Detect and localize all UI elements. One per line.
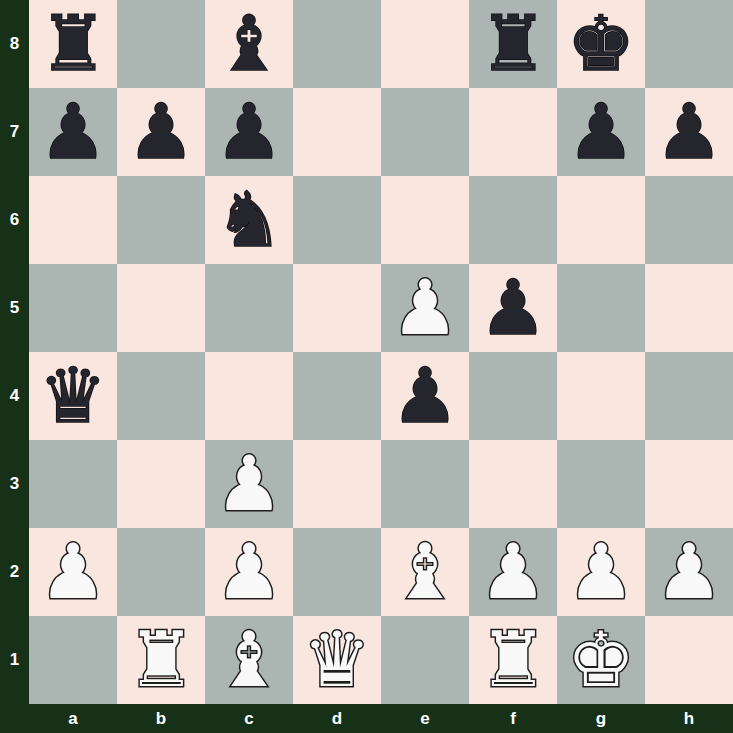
- white-pawn-icon[interactable]: ♟: [215, 440, 283, 528]
- square-b1[interactable]: ♜: [117, 616, 205, 704]
- square-h1[interactable]: [645, 616, 733, 704]
- white-pawn-icon[interactable]: ♟: [479, 528, 547, 616]
- rank-label-2: 2: [0, 528, 29, 616]
- square-a8[interactable]: ♜: [29, 0, 117, 88]
- square-h3[interactable]: [645, 440, 733, 528]
- square-b7[interactable]: ♟: [117, 88, 205, 176]
- square-a7[interactable]: ♟: [29, 88, 117, 176]
- rank-label-7: 7: [0, 88, 29, 176]
- white-pawn-icon[interactable]: ♟: [215, 528, 283, 616]
- square-a2[interactable]: ♟: [29, 528, 117, 616]
- square-h7[interactable]: ♟: [645, 88, 733, 176]
- black-pawn-icon[interactable]: ♟: [479, 264, 547, 352]
- rank-label-8: 8: [0, 0, 29, 88]
- square-e5[interactable]: ♟: [381, 264, 469, 352]
- board-corner: [0, 704, 29, 733]
- white-bishop-icon[interactable]: ♝: [391, 528, 459, 616]
- square-d8[interactable]: [293, 0, 381, 88]
- file-label-h: h: [645, 704, 733, 733]
- square-g4[interactable]: [557, 352, 645, 440]
- square-a1[interactable]: [29, 616, 117, 704]
- file-label-e: e: [381, 704, 469, 733]
- black-rook-icon[interactable]: ♜: [39, 0, 107, 88]
- black-knight-icon[interactable]: ♞: [215, 176, 283, 264]
- square-b3[interactable]: [117, 440, 205, 528]
- square-h4[interactable]: [645, 352, 733, 440]
- file-label-c: c: [205, 704, 293, 733]
- file-label-a: a: [29, 704, 117, 733]
- square-c1[interactable]: ♝: [205, 616, 293, 704]
- square-c8[interactable]: ♝: [205, 0, 293, 88]
- white-pawn-icon[interactable]: ♟: [567, 528, 635, 616]
- square-d1[interactable]: ♛: [293, 616, 381, 704]
- chess-board: 8♜♝♜♚7♟♟♟♟♟6♞5♟♟4♛♟3♟2♟♟♝♟♟♟1♜♝♛♜♚abcdef…: [0, 0, 733, 733]
- square-d2[interactable]: [293, 528, 381, 616]
- square-e1[interactable]: [381, 616, 469, 704]
- square-g6[interactable]: [557, 176, 645, 264]
- rank-label-3: 3: [0, 440, 29, 528]
- black-pawn-icon[interactable]: ♟: [567, 88, 635, 176]
- square-g5[interactable]: [557, 264, 645, 352]
- square-f5[interactable]: ♟: [469, 264, 557, 352]
- square-f2[interactable]: ♟: [469, 528, 557, 616]
- square-a3[interactable]: [29, 440, 117, 528]
- black-pawn-icon[interactable]: ♟: [215, 88, 283, 176]
- square-b6[interactable]: [117, 176, 205, 264]
- rank-label-1: 1: [0, 616, 29, 704]
- square-a6[interactable]: [29, 176, 117, 264]
- black-pawn-icon[interactable]: ♟: [39, 88, 107, 176]
- square-f3[interactable]: [469, 440, 557, 528]
- square-h5[interactable]: [645, 264, 733, 352]
- square-f6[interactable]: [469, 176, 557, 264]
- square-c7[interactable]: ♟: [205, 88, 293, 176]
- square-d7[interactable]: [293, 88, 381, 176]
- rank-label-5: 5: [0, 264, 29, 352]
- square-c2[interactable]: ♟: [205, 528, 293, 616]
- square-b4[interactable]: [117, 352, 205, 440]
- white-pawn-icon[interactable]: ♟: [391, 264, 459, 352]
- square-e8[interactable]: [381, 0, 469, 88]
- black-rook-icon[interactable]: ♜: [479, 0, 547, 88]
- white-pawn-icon[interactable]: ♟: [39, 528, 107, 616]
- square-e7[interactable]: [381, 88, 469, 176]
- square-d6[interactable]: [293, 176, 381, 264]
- white-king-icon[interactable]: ♚: [567, 616, 635, 704]
- square-c3[interactable]: ♟: [205, 440, 293, 528]
- square-a5[interactable]: [29, 264, 117, 352]
- square-g1[interactable]: ♚: [557, 616, 645, 704]
- square-b5[interactable]: [117, 264, 205, 352]
- black-pawn-icon[interactable]: ♟: [655, 88, 723, 176]
- file-label-g: g: [557, 704, 645, 733]
- square-c4[interactable]: [205, 352, 293, 440]
- square-f4[interactable]: [469, 352, 557, 440]
- square-g8[interactable]: ♚: [557, 0, 645, 88]
- white-rook-icon[interactable]: ♜: [127, 616, 195, 704]
- square-a4[interactable]: ♛: [29, 352, 117, 440]
- square-h6[interactable]: [645, 176, 733, 264]
- square-f1[interactable]: ♜: [469, 616, 557, 704]
- rank-label-6: 6: [0, 176, 29, 264]
- white-rook-icon[interactable]: ♜: [479, 616, 547, 704]
- black-pawn-icon[interactable]: ♟: [127, 88, 195, 176]
- square-g7[interactable]: ♟: [557, 88, 645, 176]
- square-e2[interactable]: ♝: [381, 528, 469, 616]
- square-b8[interactable]: [117, 0, 205, 88]
- square-e4[interactable]: ♟: [381, 352, 469, 440]
- square-h8[interactable]: [645, 0, 733, 88]
- square-b2[interactable]: [117, 528, 205, 616]
- file-label-b: b: [117, 704, 205, 733]
- square-g2[interactable]: ♟: [557, 528, 645, 616]
- square-e6[interactable]: [381, 176, 469, 264]
- square-f8[interactable]: ♜: [469, 0, 557, 88]
- square-g3[interactable]: [557, 440, 645, 528]
- square-e3[interactable]: [381, 440, 469, 528]
- white-pawn-icon[interactable]: ♟: [655, 528, 723, 616]
- square-f7[interactable]: [469, 88, 557, 176]
- square-h2[interactable]: ♟: [645, 528, 733, 616]
- file-label-f: f: [469, 704, 557, 733]
- white-queen-icon[interactable]: ♛: [303, 616, 371, 704]
- square-d4[interactable]: [293, 352, 381, 440]
- file-label-d: d: [293, 704, 381, 733]
- black-king-icon[interactable]: ♚: [567, 0, 635, 88]
- white-bishop-icon[interactable]: ♝: [215, 616, 283, 704]
- square-c5[interactable]: [205, 264, 293, 352]
- black-queen-icon[interactable]: ♛: [39, 352, 107, 440]
- black-pawn-icon[interactable]: ♟: [391, 352, 459, 440]
- black-bishop-icon[interactable]: ♝: [215, 0, 283, 88]
- rank-label-4: 4: [0, 352, 29, 440]
- square-d3[interactable]: [293, 440, 381, 528]
- square-d5[interactable]: [293, 264, 381, 352]
- square-c6[interactable]: ♞: [205, 176, 293, 264]
